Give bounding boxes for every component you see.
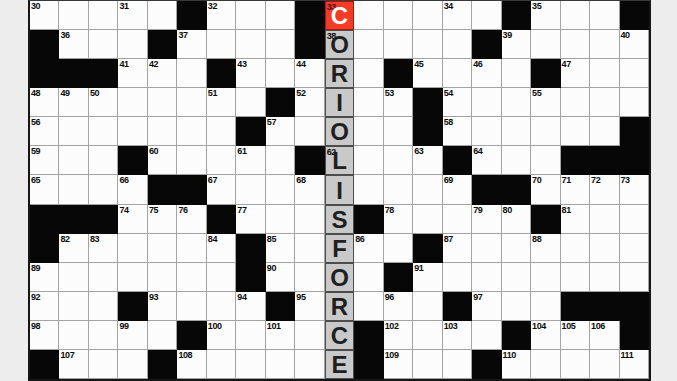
white-square-r12c18[interactable]: 104 [531, 321, 560, 350]
answer-letter: R [326, 61, 353, 87]
clue-number: 76 [178, 205, 187, 215]
black-square-r7c17 [502, 175, 531, 204]
black-square-r12c21 [620, 321, 649, 350]
white-square-r4c2[interactable]: 49 [59, 88, 88, 117]
black-square-r2c5 [148, 30, 177, 59]
white-square-r4c7[interactable]: 51 [207, 88, 236, 117]
white-square-r8c14[interactable] [413, 205, 442, 234]
white-square-r1c18[interactable]: 35 [531, 1, 560, 30]
white-square-r4c18[interactable]: 55 [531, 88, 560, 117]
white-square-r13c18[interactable] [531, 350, 560, 379]
white-square-r9c6[interactable] [177, 234, 206, 263]
white-square-r4c17[interactable] [502, 88, 531, 117]
white-square-r8c8[interactable]: 77 [236, 205, 265, 234]
white-square-r9c5[interactable] [148, 234, 177, 263]
black-square-r8c2 [59, 205, 88, 234]
white-square-r12c14[interactable] [413, 321, 442, 350]
clue-number: 107 [60, 350, 74, 360]
white-square-r3c9[interactable] [266, 59, 295, 88]
white-square-r10c5[interactable] [148, 263, 177, 292]
white-square-r1c2[interactable] [59, 1, 88, 30]
clue-number: 92 [31, 292, 40, 302]
white-square-r8c6[interactable]: 76 [177, 205, 206, 234]
clue-number: 85 [267, 234, 276, 244]
white-square-r9c10[interactable] [295, 234, 324, 263]
white-square-r9c2[interactable]: 82 [59, 234, 88, 263]
white-square-r2c2[interactable]: 36 [59, 30, 88, 59]
white-square-r7c15[interactable]: 69 [443, 175, 472, 204]
white-square-r5c12[interactable] [354, 117, 383, 146]
white-square-r10c17[interactable] [502, 263, 531, 292]
white-square-r2c6[interactable]: 37 [177, 30, 206, 59]
black-square-r3c2 [59, 59, 88, 88]
clue-number: 55 [532, 88, 541, 98]
clue-number: 34 [444, 1, 453, 11]
black-square-r13c5 [148, 350, 177, 379]
black-square-r1c10 [295, 1, 324, 30]
white-square-r1c19[interactable] [561, 1, 590, 30]
white-square-r3c15[interactable] [443, 59, 472, 88]
right-margin [651, 0, 677, 381]
answer-letter: O [326, 265, 353, 291]
white-square-r11c16[interactable]: 97 [472, 292, 501, 321]
left-margin [0, 0, 28, 381]
answer-letter-square-r12c11[interactable]: C [325, 321, 354, 350]
clue-number: 84 [208, 234, 217, 244]
white-square-r11c7[interactable] [207, 292, 236, 321]
white-square-r2c13[interactable] [384, 30, 413, 59]
white-square-r5c1[interactable]: 56 [30, 117, 59, 146]
white-square-r7c19[interactable]: 71 [561, 175, 590, 204]
clue-number: 72 [591, 175, 600, 185]
white-square-r5c2[interactable] [59, 117, 88, 146]
white-square-r12c16[interactable] [472, 321, 501, 350]
white-square-r10c12[interactable] [354, 263, 383, 292]
clue-number: 41 [119, 59, 128, 69]
white-square-r11c3[interactable] [89, 292, 118, 321]
white-square-r7c14[interactable] [413, 175, 442, 204]
clue-number: 51 [208, 88, 217, 98]
clue-number: 48 [31, 88, 40, 98]
white-square-r2c15[interactable] [443, 30, 472, 59]
clue-number: 91 [414, 263, 423, 273]
answer-letter-square-r4c11[interactable]: I [325, 88, 354, 117]
white-square-r7c3[interactable] [89, 175, 118, 204]
white-square-r1c7[interactable]: 32 [207, 1, 236, 30]
white-square-r6c16[interactable]: 64 [472, 146, 501, 175]
white-square-r13c10[interactable] [295, 350, 324, 379]
white-square-r11c17[interactable] [502, 292, 531, 321]
white-square-r10c3[interactable] [89, 263, 118, 292]
white-square-r3c10[interactable]: 44 [295, 59, 324, 88]
white-square-r11c10[interactable]: 95 [295, 292, 324, 321]
white-square-r13c20[interactable] [590, 350, 619, 379]
clue-number: 36 [60, 30, 69, 40]
clue-number: 57 [267, 117, 276, 127]
white-square-r1c20[interactable] [590, 1, 619, 30]
white-square-r13c17[interactable]: 110 [502, 350, 531, 379]
white-square-r6c9[interactable] [266, 146, 295, 175]
white-square-r9c15[interactable]: 87 [443, 234, 472, 263]
white-square-r2c19[interactable] [561, 30, 590, 59]
white-square-r1c9[interactable] [266, 1, 295, 30]
white-square-r10c19[interactable] [561, 263, 590, 292]
white-square-r4c3[interactable]: 50 [89, 88, 118, 117]
white-square-r1c5[interactable] [148, 1, 177, 30]
white-square-r2c12[interactable] [354, 30, 383, 59]
answer-letter-square-r9c11[interactable]: F [325, 234, 354, 263]
clue-number: 31 [119, 1, 128, 11]
white-square-r4c1[interactable]: 48 [30, 88, 59, 117]
white-square-r3c20[interactable] [590, 59, 619, 88]
black-square-r9c1 [30, 234, 59, 263]
white-square-r8c10[interactable] [295, 205, 324, 234]
white-square-r9c3[interactable]: 83 [89, 234, 118, 263]
white-square-r11c18[interactable] [531, 292, 560, 321]
white-square-r1c4[interactable]: 31 [118, 1, 147, 30]
clue-number: 50 [90, 88, 99, 98]
white-square-r5c16[interactable] [472, 117, 501, 146]
clue-number: 103 [444, 321, 458, 331]
white-square-r7c20[interactable]: 72 [590, 175, 619, 204]
white-square-r7c10[interactable]: 68 [295, 175, 324, 204]
white-square-r1c13[interactable] [384, 1, 413, 30]
black-square-r6c20 [590, 146, 619, 175]
answer-letter-square-r13c11[interactable]: E [325, 350, 354, 379]
white-square-r3c16[interactable]: 46 [472, 59, 501, 88]
white-square-r6c5[interactable]: 60 [148, 146, 177, 175]
white-square-r1c12[interactable] [354, 1, 383, 30]
white-square-r9c19[interactable] [561, 234, 590, 263]
white-square-r12c20[interactable]: 106 [590, 321, 619, 350]
white-square-r5c3[interactable] [89, 117, 118, 146]
white-square-r7c7[interactable]: 67 [207, 175, 236, 204]
black-square-r3c13 [384, 59, 413, 88]
white-square-r3c14[interactable]: 45 [413, 59, 442, 88]
white-square-r12c2[interactable] [59, 321, 88, 350]
black-square-r6c10 [295, 146, 324, 175]
clue-number: 81 [562, 205, 571, 215]
white-square-r12c13[interactable]: 102 [384, 321, 413, 350]
white-square-r3c5[interactable]: 42 [148, 59, 177, 88]
white-square-r13c8[interactable] [236, 350, 265, 379]
white-square-r10c16[interactable] [472, 263, 501, 292]
clue-number: 100 [208, 321, 222, 331]
clue-number: 108 [178, 350, 192, 360]
clue-number: 111 [621, 350, 634, 360]
white-square-r7c9[interactable] [266, 175, 295, 204]
white-square-r4c13[interactable]: 53 [384, 88, 413, 117]
white-square-r7c2[interactable] [59, 175, 88, 204]
white-square-r5c20[interactable] [590, 117, 619, 146]
white-square-r6c2[interactable] [59, 146, 88, 175]
white-square-r2c14[interactable] [413, 30, 442, 59]
white-square-r10c14[interactable]: 91 [413, 263, 442, 292]
clue-number: 32 [208, 1, 217, 11]
white-square-r3c4[interactable]: 41 [118, 59, 147, 88]
clue-number: 39 [503, 30, 512, 40]
white-square-r8c4[interactable]: 74 [118, 205, 147, 234]
white-square-r8c16[interactable]: 79 [472, 205, 501, 234]
white-square-r10c18[interactable] [531, 263, 560, 292]
white-square-r3c17[interactable] [502, 59, 531, 88]
white-square-r13c14[interactable] [413, 350, 442, 379]
white-square-r6c8[interactable]: 61 [236, 146, 265, 175]
white-square-r1c14[interactable] [413, 1, 442, 30]
clue-number: 59 [31, 146, 40, 156]
white-square-r13c21[interactable]: 111 [620, 350, 649, 379]
clue-number: 49 [60, 88, 69, 98]
white-square-r4c5[interactable] [148, 88, 177, 117]
white-square-r13c15[interactable] [443, 350, 472, 379]
answer-letter-square-r5c11[interactable]: O [325, 117, 354, 146]
white-square-r12c8[interactable] [236, 321, 265, 350]
white-square-r11c12[interactable] [354, 292, 383, 321]
white-square-r5c17[interactable] [502, 117, 531, 146]
white-square-r7c4[interactable]: 66 [118, 175, 147, 204]
white-square-r8c20[interactable] [590, 205, 619, 234]
white-square-r1c8[interactable] [236, 1, 265, 30]
white-square-r4c19[interactable] [561, 88, 590, 117]
white-square-r6c14[interactable]: 63 [413, 146, 442, 175]
white-square-r6c6[interactable] [177, 146, 206, 175]
white-square-r12c15[interactable]: 103 [443, 321, 472, 350]
black-square-r1c21 [620, 1, 649, 30]
white-square-r5c5[interactable] [148, 117, 177, 146]
white-square-r11c14[interactable] [413, 292, 442, 321]
white-square-r1c1[interactable]: 30 [30, 1, 59, 30]
white-square-r2c3[interactable] [89, 30, 118, 59]
white-square-r5c7[interactable] [207, 117, 236, 146]
white-square-r11c1[interactable]: 92 [30, 292, 59, 321]
black-square-r9c8 [236, 234, 265, 263]
clue-number: 61 [237, 146, 246, 156]
black-square-r1c17 [502, 1, 531, 30]
black-square-r8c7 [207, 205, 236, 234]
black-square-r8c18 [531, 205, 560, 234]
white-square-r6c1[interactable]: 59 [30, 146, 59, 175]
white-square-r9c9[interactable]: 85 [266, 234, 295, 263]
clue-number: 40 [621, 30, 630, 40]
white-square-r10c1[interactable]: 89 [30, 263, 59, 292]
white-square-r4c16[interactable] [472, 88, 501, 117]
white-square-r11c2[interactable] [59, 292, 88, 321]
white-square-r6c13[interactable] [384, 146, 413, 175]
white-square-r5c13[interactable] [384, 117, 413, 146]
answer-letter: I [326, 90, 353, 116]
white-square-r8c9[interactable] [266, 205, 295, 234]
answer-letter: L [326, 148, 353, 174]
white-square-r12c1[interactable]: 98 [30, 321, 59, 350]
black-square-r6c19 [561, 146, 590, 175]
white-square-r10c10[interactable] [295, 263, 324, 292]
white-square-r12c3[interactable] [89, 321, 118, 350]
white-square-r9c7[interactable]: 84 [207, 234, 236, 263]
black-square-r1c6 [177, 1, 206, 30]
white-square-r9c4[interactable] [118, 234, 147, 263]
white-square-r4c4[interactable] [118, 88, 147, 117]
white-square-r5c4[interactable] [118, 117, 147, 146]
clue-number: 60 [149, 146, 158, 156]
black-square-r8c1 [30, 205, 59, 234]
white-square-r10c9[interactable]: 90 [266, 263, 295, 292]
clue-number: 43 [237, 59, 246, 69]
white-square-r3c8[interactable]: 43 [236, 59, 265, 88]
white-square-r10c2[interactable] [59, 263, 88, 292]
white-square-r5c18[interactable] [531, 117, 560, 146]
white-square-r7c21[interactable]: 73 [620, 175, 649, 204]
white-square-r5c10[interactable] [295, 117, 324, 146]
white-square-r10c7[interactable] [207, 263, 236, 292]
white-square-r8c17[interactable]: 80 [502, 205, 531, 234]
white-square-r8c19[interactable]: 81 [561, 205, 590, 234]
white-square-r13c4[interactable] [118, 350, 147, 379]
black-square-r4c14 [413, 88, 442, 117]
white-square-r2c20[interactable] [590, 30, 619, 59]
white-square-r6c18[interactable] [531, 146, 560, 175]
clue-number: 82 [60, 234, 69, 244]
white-square-r12c5[interactable] [148, 321, 177, 350]
black-square-r12c12 [354, 321, 383, 350]
white-square-r13c2[interactable]: 107 [59, 350, 88, 379]
white-square-r6c3[interactable] [89, 146, 118, 175]
clue-number: 94 [237, 292, 246, 302]
white-square-r13c13[interactable]: 109 [384, 350, 413, 379]
white-square-r13c6[interactable]: 108 [177, 350, 206, 379]
white-square-r10c20[interactable] [590, 263, 619, 292]
clue-number: 96 [385, 292, 394, 302]
white-square-r8c5[interactable]: 75 [148, 205, 177, 234]
white-square-r9c16[interactable] [472, 234, 501, 263]
white-square-r4c6[interactable] [177, 88, 206, 117]
black-square-r2c16 [472, 30, 501, 59]
white-square-r10c21[interactable] [620, 263, 649, 292]
clue-number: 70 [532, 175, 541, 185]
active-answer-square-r1c11[interactable]: 33C [325, 1, 354, 30]
white-square-r11c5[interactable]: 93 [148, 292, 177, 321]
black-square-r4c9 [266, 88, 295, 117]
white-square-r11c13[interactable]: 96 [384, 292, 413, 321]
white-square-r7c13[interactable] [384, 175, 413, 204]
clue-number: 78 [385, 205, 394, 215]
white-square-r4c15[interactable]: 54 [443, 88, 472, 117]
white-square-r9c17[interactable] [502, 234, 531, 263]
clue-number: 75 [149, 205, 158, 215]
white-square-r9c18[interactable]: 88 [531, 234, 560, 263]
answer-letter: O [326, 32, 353, 58]
white-square-r2c8[interactable] [236, 30, 265, 59]
white-square-r2c9[interactable] [266, 30, 295, 59]
white-square-r13c19[interactable] [561, 350, 590, 379]
white-square-r11c6[interactable] [177, 292, 206, 321]
white-square-r5c15[interactable]: 58 [443, 117, 472, 146]
answer-letter-square-r8c11[interactable]: S [325, 205, 354, 234]
white-square-r6c17[interactable] [502, 146, 531, 175]
answer-letter-square-r10c11[interactable]: O [325, 263, 354, 292]
white-square-r12c7[interactable]: 100 [207, 321, 236, 350]
white-square-r6c12[interactable] [354, 146, 383, 175]
white-square-r9c12[interactable]: 86 [354, 234, 383, 263]
white-square-r8c15[interactable] [443, 205, 472, 234]
white-square-r8c21[interactable] [620, 205, 649, 234]
black-square-r7c6 [177, 175, 206, 204]
white-square-r5c9[interactable]: 57 [266, 117, 295, 146]
white-square-r13c3[interactable] [89, 350, 118, 379]
white-square-r7c12[interactable] [354, 175, 383, 204]
white-square-r9c20[interactable] [590, 234, 619, 263]
white-square-r1c3[interactable] [89, 1, 118, 30]
white-square-r2c18[interactable] [531, 30, 560, 59]
answer-letter-square-r6c11[interactable]: 62L [325, 146, 354, 175]
white-square-r4c10[interactable]: 52 [295, 88, 324, 117]
white-square-r10c15[interactable] [443, 263, 472, 292]
white-square-r8c13[interactable]: 78 [384, 205, 413, 234]
white-square-r10c4[interactable] [118, 263, 147, 292]
black-square-r8c12 [354, 205, 383, 234]
white-square-r7c8[interactable] [236, 175, 265, 204]
white-square-r9c13[interactable] [384, 234, 413, 263]
clue-number: 54 [444, 88, 453, 98]
clue-number: 47 [562, 59, 571, 69]
answer-letter: I [326, 178, 353, 204]
white-square-r4c20[interactable] [590, 88, 619, 117]
answer-letter-square-r11c11[interactable]: R [325, 292, 354, 321]
clue-number: 90 [267, 263, 276, 273]
white-square-r10c6[interactable] [177, 263, 206, 292]
clue-number: 66 [119, 175, 128, 185]
white-square-r3c19[interactable]: 47 [561, 59, 590, 88]
clue-number: 45 [414, 59, 423, 69]
answer-letter-square-r2c11[interactable]: 38O [325, 30, 354, 59]
white-square-r5c19[interactable] [561, 117, 590, 146]
white-square-r4c21[interactable] [620, 88, 649, 117]
white-square-r6c7[interactable] [207, 146, 236, 175]
white-square-r13c9[interactable] [266, 350, 295, 379]
white-square-r3c12[interactable] [354, 59, 383, 88]
white-square-r12c9[interactable]: 101 [266, 321, 295, 350]
clue-number: 42 [149, 59, 158, 69]
white-square-r12c10[interactable] [295, 321, 324, 350]
white-square-r2c7[interactable] [207, 30, 236, 59]
white-square-r3c21[interactable] [620, 59, 649, 88]
white-square-r11c8[interactable]: 94 [236, 292, 265, 321]
white-square-r2c21[interactable]: 40 [620, 30, 649, 59]
white-square-r3c6[interactable] [177, 59, 206, 88]
clue-number: 37 [178, 30, 187, 40]
black-square-r13c1 [30, 350, 59, 379]
answer-letter-square-r7c11[interactable]: I [325, 175, 354, 204]
white-square-r1c15[interactable]: 34 [443, 1, 472, 30]
white-square-r4c8[interactable] [236, 88, 265, 117]
white-square-r9c21[interactable] [620, 234, 649, 263]
white-square-r13c7[interactable] [207, 350, 236, 379]
clue-number: 101 [267, 321, 281, 331]
white-square-r2c17[interactable]: 39 [502, 30, 531, 59]
white-square-r5c6[interactable] [177, 117, 206, 146]
white-square-r7c18[interactable]: 70 [531, 175, 560, 204]
black-square-r11c4 [118, 292, 147, 321]
answer-letter-square-r3c11[interactable]: R [325, 59, 354, 88]
clue-number: 88 [532, 234, 541, 244]
crossword-grid: 30313233C3435363738O394041424344R4546474… [28, 0, 651, 381]
white-square-r2c4[interactable] [118, 30, 147, 59]
white-square-r7c1[interactable]: 65 [30, 175, 59, 204]
white-square-r4c12[interactable] [354, 88, 383, 117]
black-square-r11c15 [443, 292, 472, 321]
white-square-r1c16[interactable] [472, 1, 501, 30]
white-square-r12c19[interactable]: 105 [561, 321, 590, 350]
white-square-r12c4[interactable]: 99 [118, 321, 147, 350]
